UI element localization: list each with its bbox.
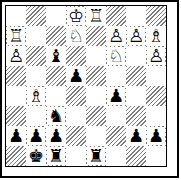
piece-black-bishop[interactable]: ♝ bbox=[47, 47, 65, 65]
square-h2[interactable]: ♟ bbox=[146, 126, 166, 146]
square-d6[interactable] bbox=[66, 46, 86, 66]
piece-black-pawn[interactable]: ♟ bbox=[107, 87, 125, 105]
square-e4[interactable] bbox=[86, 86, 106, 106]
square-d8[interactable]: ♔ bbox=[66, 6, 86, 26]
square-c1[interactable]: ♜ bbox=[46, 146, 66, 166]
square-c8[interactable] bbox=[46, 6, 66, 26]
square-h5[interactable] bbox=[146, 66, 166, 86]
square-b4[interactable]: ♗ bbox=[26, 86, 46, 106]
square-f8[interactable] bbox=[106, 6, 126, 26]
square-b6[interactable] bbox=[26, 46, 46, 66]
square-g6[interactable] bbox=[126, 46, 146, 66]
piece-white-pawn[interactable]: ♙ bbox=[127, 27, 145, 45]
square-e6[interactable] bbox=[86, 46, 106, 66]
square-b5[interactable] bbox=[26, 66, 46, 86]
square-d5[interactable]: ♟ bbox=[66, 66, 86, 86]
square-c6[interactable]: ♝ bbox=[46, 46, 66, 66]
piece-white-rook[interactable]: ♖ bbox=[87, 7, 105, 25]
piece-white-king[interactable]: ♔ bbox=[67, 7, 85, 25]
square-a2[interactable]: ♟ bbox=[6, 126, 26, 146]
piece-black-pawn[interactable]: ♟ bbox=[47, 127, 65, 145]
piece-black-pawn[interactable]: ♟ bbox=[147, 127, 165, 145]
square-d4[interactable] bbox=[66, 86, 86, 106]
square-c4[interactable] bbox=[46, 86, 66, 106]
square-a4[interactable] bbox=[6, 86, 26, 106]
square-c2[interactable]: ♟ bbox=[46, 126, 66, 146]
square-f1[interactable] bbox=[106, 146, 126, 166]
square-f6[interactable]: ♘ bbox=[106, 46, 126, 66]
piece-white-bishop[interactable]: ♗ bbox=[27, 87, 45, 105]
piece-black-pawn[interactable]: ♟ bbox=[7, 127, 25, 145]
square-d2[interactable] bbox=[66, 126, 86, 146]
square-g2[interactable]: ♟ bbox=[126, 126, 146, 146]
piece-black-knight[interactable]: ♞ bbox=[47, 107, 65, 125]
piece-black-pawn[interactable]: ♟ bbox=[67, 67, 85, 85]
square-g4[interactable] bbox=[126, 86, 146, 106]
square-f7[interactable]: ♙ bbox=[106, 26, 126, 46]
square-e3[interactable] bbox=[86, 106, 106, 126]
square-e5[interactable] bbox=[86, 66, 106, 86]
piece-black-rook[interactable]: ♜ bbox=[47, 147, 65, 165]
square-c5[interactable] bbox=[46, 66, 66, 86]
square-g7[interactable]: ♙ bbox=[126, 26, 146, 46]
square-g3[interactable] bbox=[126, 106, 146, 126]
square-b1[interactable]: ♚ bbox=[26, 146, 46, 166]
square-f5[interactable] bbox=[106, 66, 126, 86]
square-d3[interactable] bbox=[66, 106, 86, 126]
square-h3[interactable] bbox=[146, 106, 166, 126]
square-b2[interactable]: ♟ bbox=[26, 126, 46, 146]
square-e7[interactable] bbox=[86, 26, 106, 46]
piece-white-pawn[interactable]: ♙ bbox=[107, 27, 125, 45]
square-f4[interactable]: ♟ bbox=[106, 86, 126, 106]
piece-black-pawn[interactable]: ♟ bbox=[127, 127, 145, 145]
square-c3[interactable]: ♞ bbox=[46, 106, 66, 126]
piece-white-rook[interactable]: ♖ bbox=[7, 27, 25, 45]
square-g5[interactable] bbox=[126, 66, 146, 86]
square-a6[interactable]: ♙ bbox=[6, 46, 26, 66]
square-e1[interactable]: ♜ bbox=[86, 146, 106, 166]
piece-white-knight[interactable]: ♘ bbox=[67, 27, 85, 45]
square-h8[interactable] bbox=[146, 6, 166, 26]
square-a7[interactable]: ♖ bbox=[6, 26, 26, 46]
square-b7[interactable] bbox=[26, 26, 46, 46]
square-c7[interactable] bbox=[46, 26, 66, 46]
square-g1[interactable] bbox=[126, 146, 146, 166]
square-b3[interactable] bbox=[26, 106, 46, 126]
piece-black-pawn[interactable]: ♟ bbox=[27, 127, 45, 145]
square-e2[interactable] bbox=[86, 126, 106, 146]
square-d7[interactable]: ♘ bbox=[66, 26, 86, 46]
square-h6[interactable]: ♙ bbox=[146, 46, 166, 66]
piece-white-knight[interactable]: ♘ bbox=[107, 47, 125, 65]
chess-board: ♔♖♖♘♙♙♗♙♝♘♙♟♗♟♞♟♟♟♟♟♚♜♜ bbox=[5, 5, 167, 167]
square-f2[interactable] bbox=[106, 126, 126, 146]
chess-diagram: ♔♖♖♘♙♙♗♙♝♘♙♟♗♟♞♟♟♟♟♟♚♜♜ bbox=[0, 0, 181, 180]
piece-white-pawn[interactable]: ♙ bbox=[147, 47, 165, 65]
square-b8[interactable] bbox=[26, 6, 46, 26]
piece-black-king[interactable]: ♚ bbox=[27, 147, 45, 165]
square-h7[interactable]: ♗ bbox=[146, 26, 166, 46]
square-g8[interactable] bbox=[126, 6, 146, 26]
square-a5[interactable] bbox=[6, 66, 26, 86]
square-e8[interactable]: ♖ bbox=[86, 6, 106, 26]
square-h4[interactable] bbox=[146, 86, 166, 106]
piece-black-rook[interactable]: ♜ bbox=[87, 147, 105, 165]
square-a1[interactable] bbox=[6, 146, 26, 166]
square-f3[interactable] bbox=[106, 106, 126, 126]
piece-white-pawn[interactable]: ♙ bbox=[7, 47, 25, 65]
square-a8[interactable] bbox=[6, 6, 26, 26]
square-d1[interactable] bbox=[66, 146, 86, 166]
square-a3[interactable] bbox=[6, 106, 26, 126]
piece-white-bishop[interactable]: ♗ bbox=[147, 27, 165, 45]
square-h1[interactable] bbox=[146, 146, 166, 166]
